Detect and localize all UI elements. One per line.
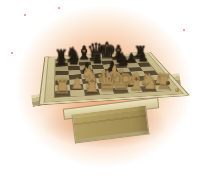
square-c1[interactable]: ♝: [84, 89, 100, 96]
artifact-dot: [11, 52, 13, 54]
square-a7[interactable]: ♟: [56, 63, 68, 67]
artifact-dot: [183, 29, 185, 31]
black-pawn-h7[interactable]: ♟: [137, 51, 148, 63]
black-pawn-b7[interactable]: ♟: [68, 54, 79, 66]
artifact-dot: [58, 7, 60, 9]
black-pawn-a7[interactable]: ♟: [56, 55, 67, 67]
brass-latch: [175, 88, 179, 92]
square-b7[interactable]: ♟: [67, 62, 79, 66]
white-rook-a1[interactable]: ♜: [53, 77, 71, 97]
artifact-dot: [24, 14, 26, 16]
board-grid: ♜♞♝♛♚♝♜♟♟♟♟♟♟♞♟♟♟♞♟♟♟♟♟♟♟♜♝♛♚♝♞♜: [54, 55, 172, 97]
white-bishop-c1[interactable]: ♝: [82, 72, 103, 96]
square-a1[interactable]: ♜: [55, 90, 70, 97]
square-a6[interactable]: [56, 66, 68, 71]
latch-dark: [166, 81, 170, 85]
chess-set-photo: ♜♞♝♛♚♝♜♟♟♟♟♟♟♞♟♟♟♞♟♟♟♟♟♟♟♜♝♛♚♝♞♜: [0, 0, 200, 181]
